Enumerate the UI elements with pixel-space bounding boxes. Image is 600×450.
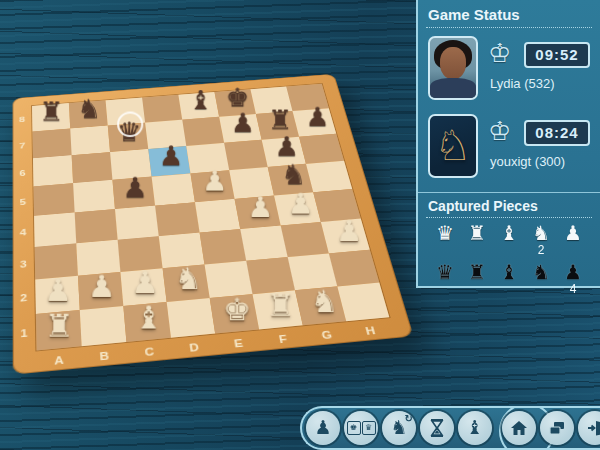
file-label-B: B	[82, 346, 128, 366]
rank-label-1: 1	[15, 314, 34, 352]
captured-count	[496, 244, 522, 257]
player-row-bottom: ♘ ♔ 08:24 youxigt (300)	[426, 112, 592, 184]
white-king-icon: ♔	[488, 116, 511, 146]
clock-button[interactable]	[420, 411, 454, 445]
pawn-icon: ♟	[314, 418, 331, 438]
captured-count	[496, 283, 522, 296]
rook-icon: ♜	[464, 261, 490, 283]
file-label-G: G	[304, 325, 351, 345]
knight-rotate-icon: ♞↻	[390, 418, 407, 438]
captured-count	[464, 244, 490, 257]
rank-label-6: 6	[15, 158, 32, 187]
captured-black-bishop: ♝	[496, 261, 522, 296]
square-h3[interactable]: ♟	[321, 219, 370, 254]
captured-white-knight: ♞2	[528, 222, 554, 257]
white-rook-f1[interactable]: ♜	[259, 286, 303, 327]
knight-icon: ♞	[528, 261, 554, 283]
pawn-icon: ♟	[560, 261, 586, 283]
captured-title: Captured Pieces	[428, 198, 590, 214]
white-pawn-g4[interactable]: ♟	[280, 185, 321, 223]
square-g4[interactable]: ♟	[274, 192, 321, 225]
bishop-icon: ♝	[496, 261, 522, 283]
black-pawn-c5[interactable]: ♟	[115, 169, 155, 206]
divider	[426, 27, 592, 28]
square-e8[interactable]: ♝	[178, 92, 219, 120]
white-pawn-h3[interactable]: ♟	[328, 212, 370, 250]
avatar-lydia	[428, 36, 478, 100]
captured-count: 2	[528, 244, 554, 257]
square-b7[interactable]	[70, 126, 110, 156]
player-name-youxigt: youxigt (300)	[490, 154, 565, 169]
captured-black-pawn: ♟4	[560, 261, 586, 296]
square-e5[interactable]: ♟	[190, 170, 234, 202]
white-king-e1[interactable]: ♚	[215, 289, 259, 330]
white-king-icon: ♔	[488, 38, 511, 68]
captured-count	[432, 283, 458, 296]
rank-label-5: 5	[15, 187, 32, 218]
square-f1[interactable]: ♜	[252, 290, 302, 329]
square-d2[interactable]: ♞	[163, 264, 210, 302]
avatar-youxigt: ♘	[428, 114, 478, 178]
pawn-icon: ♟	[560, 222, 586, 244]
rook-icon: ♜	[464, 222, 490, 244]
square-a4[interactable]	[34, 212, 76, 246]
board-scene: ♜♞♝♚♛♟♜♟♟♟♟♟♞♟♟♟♟♟♟♞♜♝♚♜♞ ABCDEFGH876543…	[14, 40, 374, 400]
piece-stand-button[interactable]: ♟	[306, 411, 340, 445]
black-queen-c7[interactable]: ♛	[110, 115, 148, 150]
home-button[interactable]	[502, 411, 536, 445]
captured-count	[560, 244, 586, 257]
square-d4[interactable]	[155, 202, 200, 236]
file-label-D: D	[171, 337, 218, 357]
captured-count: 4	[560, 283, 586, 296]
square-b2[interactable]: ♟	[78, 272, 123, 310]
black-knight-b8[interactable]: ♞	[70, 92, 108, 127]
square-a5[interactable]	[34, 183, 75, 216]
exit-button[interactable]	[578, 411, 600, 445]
black-rook-a8[interactable]: ♜	[33, 95, 71, 130]
white-bishop-c1[interactable]: ♝	[126, 298, 171, 339]
file-label-E: E	[216, 333, 263, 353]
black-bishop-e8[interactable]: ♝	[182, 83, 219, 117]
captured-black-knight: ♞	[528, 261, 554, 296]
game-status-panel: Game Status ♔ 09:52 Lydia (532) ♘ ♔ 08:2…	[416, 0, 600, 288]
avatar-shoulders	[430, 78, 476, 100]
knight-avatar-icon: ♘	[430, 122, 476, 170]
captured-white-rook: ♜	[464, 222, 490, 257]
chess-board: ♜♞♝♚♛♟♜♟♟♟♟♟♞♟♟♟♟♟♟♞♜♝♚♜♞ ABCDEFGH876543…	[13, 74, 414, 375]
move-assist-button[interactable]: ♞↻	[382, 411, 416, 445]
captured-black-row: ♛♜♝♞♟4	[418, 257, 600, 296]
square-f3[interactable]	[240, 226, 287, 261]
black-pawn-d6[interactable]: ♟	[151, 138, 190, 174]
queen-icon: ♛	[432, 222, 458, 244]
clock-lydia: 09:52	[524, 42, 590, 68]
queen-icon: ♛	[432, 261, 458, 283]
pieces-pair-icon: ♚♛	[347, 421, 376, 435]
captured-pieces-section: Captured Pieces ♛♜♝♞2♟ ♛♜♝♞♟4	[418, 198, 600, 296]
white-pawn-e5[interactable]: ♟	[195, 163, 235, 200]
windows-icon	[547, 418, 567, 438]
square-e4[interactable]	[195, 199, 240, 233]
square-f7[interactable]: ♟	[219, 114, 261, 143]
file-label-H: H	[347, 321, 395, 340]
board-grid: ♜♞♝♚♛♟♜♟♟♟♟♟♞♟♟♟♟♟♟♞♜♝♚♜♞	[32, 84, 389, 351]
square-a8[interactable]: ♜	[32, 103, 70, 131]
rank-label-3: 3	[15, 247, 33, 281]
white-knight-g1[interactable]: ♞	[302, 282, 346, 323]
black-pawn-f7[interactable]: ♟	[224, 106, 262, 141]
captured-white-pawn: ♟	[560, 222, 586, 257]
bishop-icon: ♝	[466, 418, 483, 438]
square-e1[interactable]: ♚	[210, 294, 259, 333]
white-knight-d2[interactable]: ♞	[166, 259, 209, 299]
section-divider	[418, 192, 600, 193]
resign-button[interactable]: ♝	[458, 411, 492, 445]
bottom-toolbar: ♟♚♛♞↻♝	[300, 406, 600, 450]
square-c1[interactable]: ♝	[123, 302, 171, 342]
player-row-top: ♔ 09:52 Lydia (532)	[426, 34, 592, 106]
captured-count	[528, 283, 554, 296]
rank-label-4: 4	[15, 216, 33, 249]
square-b1[interactable]	[80, 306, 127, 346]
bishop-icon: ♝	[496, 222, 522, 244]
player-name-lydia: Lydia (532)	[490, 76, 555, 91]
captured-black-rook: ♜	[464, 261, 490, 296]
square-b6[interactable]	[72, 152, 113, 183]
rank-label-8: 8	[15, 106, 31, 133]
square-a7[interactable]	[33, 129, 72, 159]
captured-white-queen: ♛	[432, 222, 458, 257]
captured-count	[464, 283, 490, 296]
home-icon	[509, 418, 529, 438]
square-d5[interactable]	[152, 173, 195, 205]
file-label-F: F	[260, 329, 307, 349]
square-c5[interactable]: ♟	[112, 177, 155, 209]
white-rook-a1[interactable]: ♜	[37, 306, 82, 348]
square-c4[interactable]	[115, 206, 159, 240]
hourglass-icon	[427, 418, 447, 438]
avatar-face	[440, 47, 466, 79]
captured-count	[432, 244, 458, 257]
white-pawn-b2[interactable]: ♟	[80, 267, 124, 307]
clock-youxigt: 08:24	[524, 120, 590, 146]
square-f4[interactable]: ♟	[235, 196, 281, 229]
rank-label-2: 2	[15, 280, 34, 316]
file-label-A: A	[37, 350, 83, 370]
square-c7[interactable]: ♛	[108, 123, 148, 152]
rank-label-7: 7	[15, 132, 31, 160]
square-b8[interactable]: ♞	[69, 100, 108, 128]
panel-title: Game Status	[428, 6, 590, 23]
square-b4[interactable]	[75, 209, 118, 243]
captured-black-queen: ♛	[432, 261, 458, 296]
square-d1[interactable]	[167, 298, 216, 338]
player-setup-button[interactable]: ♚♛	[344, 411, 378, 445]
knight-icon: ♞	[528, 222, 554, 244]
square-a1[interactable]: ♜	[36, 310, 82, 350]
square-a6[interactable]	[33, 155, 73, 186]
white-pawn-f4[interactable]: ♟	[240, 189, 281, 227]
square-b5[interactable]	[73, 180, 115, 213]
captured-white-bishop: ♝	[496, 222, 522, 257]
hint-ring	[117, 112, 143, 137]
captured-white-row: ♛♜♝♞2♟	[418, 218, 600, 257]
door-exit-icon	[585, 418, 600, 438]
window-layout-button[interactable]	[540, 411, 574, 445]
file-label-C: C	[127, 342, 174, 362]
